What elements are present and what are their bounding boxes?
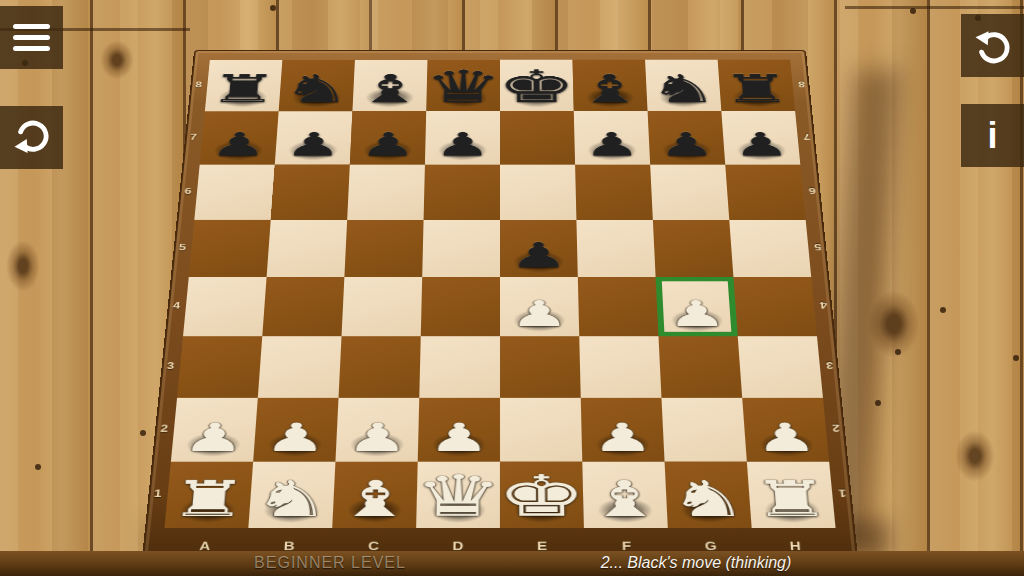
- square-b4[interactable]: [262, 277, 344, 336]
- square-a7[interactable]: ♟: [200, 111, 279, 164]
- square-g4[interactable]: ♟: [656, 277, 738, 336]
- square-f1[interactable]: ♝: [582, 462, 668, 528]
- piece-white-pawn-a2[interactable]: ♟: [181, 420, 246, 457]
- rank-label-right-2: 2: [831, 422, 840, 434]
- rank-label-right-6: 6: [808, 186, 816, 196]
- square-d4[interactable]: [421, 277, 500, 336]
- piece-white-pawn-g4[interactable]: ♟: [666, 298, 728, 332]
- rank-label-right-5: 5: [813, 242, 821, 253]
- square-d2[interactable]: ♟: [418, 398, 500, 462]
- menu-button[interactable]: [0, 6, 63, 69]
- square-e7[interactable]: [500, 111, 575, 164]
- piece-black-pawn-f7[interactable]: ♟: [583, 130, 641, 161]
- info-icon: i: [987, 118, 997, 154]
- piece-black-pawn-h7[interactable]: ♟: [732, 130, 791, 161]
- rank-label-left-2: 2: [160, 422, 169, 434]
- square-h1[interactable]: ♜: [747, 462, 836, 528]
- square-a2[interactable]: ♟: [171, 398, 258, 462]
- piece-black-bishop-f8[interactable]: ♝: [575, 71, 645, 108]
- piece-black-pawn-b7[interactable]: ♟: [284, 130, 342, 161]
- square-g7[interactable]: ♟: [648, 111, 726, 164]
- square-f7[interactable]: ♟: [574, 111, 650, 164]
- piece-white-knight-b1[interactable]: ♞: [251, 476, 332, 523]
- rank-label-right-1: 1: [838, 487, 847, 499]
- square-d3[interactable]: [419, 336, 500, 398]
- level-label: BEGINNER LEVEL: [254, 554, 406, 572]
- info-button[interactable]: i: [961, 104, 1024, 167]
- square-h7[interactable]: ♟: [721, 111, 800, 164]
- square-g1[interactable]: ♞: [665, 462, 752, 528]
- wood-knot: [100, 40, 134, 80]
- reset-button[interactable]: [0, 106, 63, 169]
- square-d5[interactable]: [422, 220, 500, 277]
- rank-label-left-4: 4: [172, 300, 180, 311]
- wood-knot: [6, 240, 40, 292]
- piece-white-queen-d1[interactable]: ♛: [413, 469, 504, 523]
- rank-label-left-8: 8: [195, 80, 203, 90]
- piece-black-rook-h8[interactable]: ♜: [721, 71, 793, 108]
- piece-white-bishop-c1[interactable]: ♝: [335, 476, 415, 523]
- square-b6[interactable]: [271, 165, 350, 220]
- piece-black-pawn-d7[interactable]: ♟: [434, 130, 491, 161]
- square-f4[interactable]: [578, 277, 659, 336]
- rank-label-right-3: 3: [825, 360, 834, 372]
- piece-white-rook-a1[interactable]: ♜: [167, 476, 249, 523]
- square-d6[interactable]: [424, 165, 500, 220]
- square-d1[interactable]: ♛: [416, 462, 500, 528]
- plank-seam: [845, 6, 1024, 9]
- piece-white-pawn-d2[interactable]: ♟: [428, 420, 490, 457]
- square-a5[interactable]: [189, 220, 271, 277]
- square-b8[interactable]: ♞: [279, 60, 355, 111]
- square-f3[interactable]: [579, 336, 661, 398]
- piece-white-rook-h1[interactable]: ♜: [750, 476, 832, 523]
- square-h3[interactable]: [738, 336, 823, 398]
- square-f8[interactable]: ♝: [573, 60, 648, 111]
- square-e5[interactable]: ♟: [500, 220, 578, 277]
- piece-black-king-e8[interactable]: ♚: [497, 65, 577, 107]
- square-b5[interactable]: [267, 220, 348, 277]
- piece-black-pawn-c7[interactable]: ♟: [359, 130, 417, 161]
- rank-label-right-7: 7: [803, 132, 811, 142]
- undo-button[interactable]: [961, 14, 1024, 77]
- square-b1[interactable]: ♞: [248, 462, 335, 528]
- square-a3[interactable]: [177, 336, 262, 398]
- reset-rotate-icon: [11, 117, 53, 159]
- square-f2[interactable]: ♟: [581, 398, 665, 462]
- square-g8[interactable]: ♞: [645, 60, 721, 111]
- rank-label-right-4: 4: [819, 300, 827, 311]
- square-e3[interactable]: [500, 336, 581, 398]
- piece-black-queen-d8[interactable]: ♛: [423, 65, 503, 107]
- piece-black-pawn-e5[interactable]: ♟: [509, 240, 568, 273]
- square-h8[interactable]: ♜: [718, 60, 796, 111]
- square-e6[interactable]: [500, 165, 576, 220]
- piece-black-pawn-a7[interactable]: ♟: [209, 130, 268, 161]
- board-frame: ♜♞♝♛♚♝♞♜♟♟♟♟♟♟♟♟♟♟♟♟♟♟♟♟♜♞♝♛♚♝♞♜ 8877665…: [142, 50, 859, 561]
- square-c2[interactable]: ♟: [335, 398, 419, 462]
- square-e1[interactable]: ♚: [500, 462, 584, 528]
- square-d7[interactable]: ♟: [425, 111, 500, 164]
- square-c8[interactable]: ♝: [352, 60, 427, 111]
- square-e2[interactable]: [500, 398, 582, 462]
- square-a6[interactable]: [194, 165, 274, 220]
- square-g3[interactable]: [658, 336, 742, 398]
- board-squares: ♜♞♝♛♚♝♞♜♟♟♟♟♟♟♟♟♟♟♟♟♟♟♟♟♜♞♝♛♚♝♞♜: [164, 60, 835, 528]
- piece-black-pawn-g7[interactable]: ♟: [657, 130, 715, 161]
- square-b3[interactable]: [258, 336, 342, 398]
- square-h5[interactable]: [729, 220, 811, 277]
- piece-white-knight-g1[interactable]: ♞: [668, 476, 749, 523]
- piece-white-bishop-f1[interactable]: ♝: [585, 476, 665, 523]
- rank-label-left-5: 5: [178, 242, 186, 253]
- status-bar: BEGINNER LEVEL 2... Black's move (thinki…: [0, 551, 1024, 576]
- piece-black-knight-g8[interactable]: ♞: [648, 71, 719, 108]
- square-e8[interactable]: ♚: [500, 60, 574, 111]
- square-b7[interactable]: ♟: [275, 111, 353, 164]
- rank-label-left-6: 6: [184, 186, 192, 196]
- square-h2[interactable]: ♟: [742, 398, 829, 462]
- square-g2[interactable]: [661, 398, 746, 462]
- wood-knot: [955, 430, 995, 482]
- square-d8[interactable]: ♛: [426, 60, 500, 111]
- square-h6[interactable]: [725, 165, 805, 220]
- square-g6[interactable]: [650, 165, 729, 220]
- move-status: 2... Black's move (thinking): [601, 554, 792, 572]
- square-b2[interactable]: ♟: [253, 398, 338, 462]
- piece-white-pawn-b2[interactable]: ♟: [263, 420, 327, 457]
- square-c4[interactable]: [342, 277, 423, 336]
- piece-black-knight-b8[interactable]: ♞: [281, 71, 352, 108]
- square-e4[interactable]: ♟: [500, 277, 579, 336]
- square-c7[interactable]: ♟: [350, 111, 426, 164]
- square-c6[interactable]: [347, 165, 425, 220]
- piece-white-pawn-c2[interactable]: ♟: [346, 420, 409, 457]
- square-a1[interactable]: ♜: [164, 462, 253, 528]
- piece-white-pawn-h2[interactable]: ♟: [754, 420, 819, 457]
- square-g5[interactable]: [653, 220, 734, 277]
- piece-white-king-e1[interactable]: ♚: [497, 469, 588, 523]
- square-a4[interactable]: [183, 277, 267, 336]
- square-f6[interactable]: [575, 165, 653, 220]
- rank-label-left-1: 1: [153, 487, 162, 499]
- undo-arrow-icon: [972, 25, 1014, 67]
- piece-black-rook-a8[interactable]: ♜: [207, 71, 279, 108]
- rank-label-left-7: 7: [189, 132, 197, 142]
- piece-white-pawn-e4[interactable]: ♟: [509, 298, 569, 332]
- square-h4[interactable]: [733, 277, 817, 336]
- hamburger-icon: [13, 24, 50, 51]
- square-c1[interactable]: ♝: [332, 462, 418, 528]
- square-c5[interactable]: [344, 220, 423, 277]
- square-f5[interactable]: [576, 220, 655, 277]
- rank-label-left-3: 3: [166, 360, 175, 372]
- square-c3[interactable]: [339, 336, 421, 398]
- rank-label-right-8: 8: [797, 80, 805, 90]
- app-screen: ♜♞♝♛♚♝♞♜♟♟♟♟♟♟♟♟♟♟♟♟♟♟♟♟♜♞♝♛♚♝♞♜ 8877665…: [0, 0, 1024, 576]
- piece-white-pawn-f2[interactable]: ♟: [591, 420, 654, 457]
- square-a8[interactable]: ♜: [205, 60, 283, 111]
- piece-black-bishop-c8[interactable]: ♝: [355, 71, 425, 108]
